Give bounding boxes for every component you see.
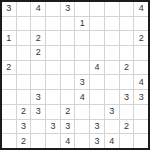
empty-cell-r3c5[interactable] <box>61 31 75 45</box>
empty-cell-r1c6[interactable] <box>75 2 89 16</box>
clue-cell-r9c7: 3 <box>90 120 104 134</box>
empty-cell-r1c8[interactable] <box>105 2 119 16</box>
clue-cell-r3c3: 2 <box>31 31 45 45</box>
clue-cell-r8c8: 3 <box>105 105 119 119</box>
clue-cell-r2c6: 1 <box>75 17 89 31</box>
empty-cell-r4c10[interactable] <box>134 46 148 60</box>
empty-cell-r6c3[interactable] <box>31 75 45 89</box>
clue-cell-r4c3: 2 <box>31 46 45 60</box>
empty-cell-r10c3[interactable] <box>31 134 45 148</box>
empty-cell-r10c4[interactable] <box>46 134 60 148</box>
empty-cell-r5c3[interactable] <box>31 61 45 75</box>
clue-cell-r8c2: 2 <box>17 105 31 119</box>
clue-cell-r7c10: 3 <box>134 90 148 104</box>
empty-cell-r5c6[interactable] <box>75 61 89 75</box>
clue-cell-r6c10: 4 <box>134 75 148 89</box>
clue-cell-r9c2: 3 <box>17 120 31 134</box>
clue-cell-r5c7: 4 <box>90 61 104 75</box>
empty-cell-r3c2[interactable] <box>17 31 31 45</box>
empty-cell-r3c9[interactable] <box>120 31 134 45</box>
empty-cell-r4c6[interactable] <box>75 46 89 60</box>
empty-cell-r6c2[interactable] <box>17 75 31 89</box>
empty-cell-r6c4[interactable] <box>46 75 60 89</box>
empty-cell-r7c8[interactable] <box>105 90 119 104</box>
clue-cell-r8c3: 3 <box>31 105 45 119</box>
empty-cell-r4c1[interactable] <box>2 46 16 60</box>
empty-cell-r6c7[interactable] <box>90 75 104 89</box>
empty-cell-r5c8[interactable] <box>105 61 119 75</box>
empty-cell-r3c4[interactable] <box>46 31 60 45</box>
empty-cell-r2c8[interactable] <box>105 17 119 31</box>
empty-cell-r5c2[interactable] <box>17 61 31 75</box>
empty-cell-r4c5[interactable] <box>61 46 75 60</box>
clue-cell-r9c5: 3 <box>61 120 75 134</box>
clue-cell-r7c3: 3 <box>31 90 45 104</box>
empty-cell-r6c9[interactable] <box>120 75 134 89</box>
empty-cell-r7c2[interactable] <box>17 90 31 104</box>
empty-cell-r8c9[interactable] <box>120 105 134 119</box>
clue-cell-r5c1: 2 <box>2 61 16 75</box>
empty-cell-r7c7[interactable] <box>90 90 104 104</box>
puzzle-board: 3434112222423434332323333322434 <box>0 0 150 150</box>
empty-cell-r2c9[interactable] <box>120 17 134 31</box>
clue-cell-r3c10: 2 <box>134 31 148 45</box>
empty-cell-r2c1[interactable] <box>2 17 16 31</box>
empty-cell-r8c4[interactable] <box>46 105 60 119</box>
empty-cell-r1c4[interactable] <box>46 2 60 16</box>
clue-cell-r3c1: 1 <box>2 31 16 45</box>
clue-cell-r1c1: 3 <box>2 2 16 16</box>
empty-cell-r1c2[interactable] <box>17 2 31 16</box>
empty-cell-r1c7[interactable] <box>90 2 104 16</box>
clue-cell-r7c6: 4 <box>75 90 89 104</box>
empty-cell-r8c1[interactable] <box>2 105 16 119</box>
empty-cell-r2c7[interactable] <box>90 17 104 31</box>
empty-cell-r4c7[interactable] <box>90 46 104 60</box>
empty-cell-r2c10[interactable] <box>134 17 148 31</box>
empty-cell-r4c8[interactable] <box>105 46 119 60</box>
empty-cell-r2c2[interactable] <box>17 17 31 31</box>
empty-cell-r5c5[interactable] <box>61 61 75 75</box>
empty-cell-r7c4[interactable] <box>46 90 60 104</box>
empty-cell-r5c10[interactable] <box>134 61 148 75</box>
clue-cell-r10c5: 4 <box>61 134 75 148</box>
empty-cell-r2c5[interactable] <box>61 17 75 31</box>
clue-cell-r1c5: 3 <box>61 2 75 16</box>
empty-cell-r9c10[interactable] <box>134 120 148 134</box>
clue-cell-r8c5: 2 <box>61 105 75 119</box>
clue-cell-r1c3: 4 <box>31 2 45 16</box>
empty-cell-r2c4[interactable] <box>46 17 60 31</box>
empty-cell-r6c1[interactable] <box>2 75 16 89</box>
clue-cell-r10c8: 4 <box>105 134 119 148</box>
empty-cell-r6c8[interactable] <box>105 75 119 89</box>
empty-cell-r9c6[interactable] <box>75 120 89 134</box>
empty-cell-r1c9[interactable] <box>120 2 134 16</box>
empty-cell-r3c6[interactable] <box>75 31 89 45</box>
empty-cell-r10c10[interactable] <box>134 134 148 148</box>
empty-cell-r8c7[interactable] <box>90 105 104 119</box>
empty-cell-r3c7[interactable] <box>90 31 104 45</box>
clue-cell-r7c9: 3 <box>120 90 134 104</box>
empty-cell-r8c6[interactable] <box>75 105 89 119</box>
empty-cell-r4c9[interactable] <box>120 46 134 60</box>
clue-cell-r10c2: 2 <box>17 134 31 148</box>
empty-cell-r4c2[interactable] <box>17 46 31 60</box>
empty-cell-r3c8[interactable] <box>105 31 119 45</box>
empty-cell-r7c5[interactable] <box>61 90 75 104</box>
empty-cell-r7c1[interactable] <box>2 90 16 104</box>
empty-cell-r9c3[interactable] <box>31 120 45 134</box>
empty-cell-r6c5[interactable] <box>61 75 75 89</box>
empty-cell-r8c10[interactable] <box>134 105 148 119</box>
clue-cell-r1c10: 4 <box>134 2 148 16</box>
empty-cell-r10c6[interactable] <box>75 134 89 148</box>
empty-cell-r5c4[interactable] <box>46 61 60 75</box>
clue-cell-r10c7: 3 <box>90 134 104 148</box>
empty-cell-r10c9[interactable] <box>120 134 134 148</box>
clue-cell-r5c9: 2 <box>120 61 134 75</box>
empty-cell-r2c3[interactable] <box>31 17 45 31</box>
empty-cell-r9c8[interactable] <box>105 120 119 134</box>
empty-cell-r4c4[interactable] <box>46 46 60 60</box>
empty-cell-r10c1[interactable] <box>2 134 16 148</box>
clue-cell-r9c9: 2 <box>120 120 134 134</box>
clue-cell-r6c6: 3 <box>75 75 89 89</box>
empty-cell-r9c1[interactable] <box>2 120 16 134</box>
clue-cell-r9c4: 3 <box>46 120 60 134</box>
